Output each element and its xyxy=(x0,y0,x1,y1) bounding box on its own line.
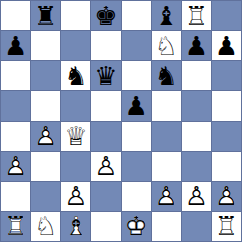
white-bishop-piece: ♝♗ xyxy=(61,212,90,241)
square-b8[interactable]: ♜ xyxy=(31,1,60,30)
square-d4[interactable] xyxy=(91,122,120,151)
black-piece-body: ♟ xyxy=(122,91,151,120)
black-knight-piece: ♞ xyxy=(152,61,181,90)
black-pawn-piece: ♟ xyxy=(1,31,30,60)
white-piece-outline: ♙ xyxy=(152,182,181,211)
square-f4[interactable] xyxy=(152,122,181,151)
square-g2[interactable]: ♟♙ xyxy=(182,182,211,211)
square-d3[interactable]: ♟♙ xyxy=(91,152,120,181)
square-c2[interactable]: ♟♙ xyxy=(61,182,90,211)
black-piece-body: ♛ xyxy=(91,61,120,90)
square-d7[interactable] xyxy=(91,31,120,60)
square-h2[interactable]: ♟♙ xyxy=(212,182,241,211)
square-a6[interactable] xyxy=(1,61,30,90)
square-d5[interactable] xyxy=(91,91,120,120)
white-piece-outline: ♙ xyxy=(1,152,30,181)
black-piece-body: ♟ xyxy=(182,31,211,60)
square-g8[interactable]: ♜♖ xyxy=(182,1,211,30)
white-piece-outline: ♘ xyxy=(152,31,181,60)
square-f2[interactable]: ♟♙ xyxy=(152,182,181,211)
black-piece-body: ♜ xyxy=(31,1,60,30)
chess-board: ♜♚♝♜♖♟♞♘♟♟♞♛♞♟♟♙♛♕♟♙♟♙♟♙♟♙♟♙♟♙♜♖♞♘♝♗♚♔♜♖ xyxy=(0,0,242,242)
square-c1[interactable]: ♝♗ xyxy=(61,212,90,241)
white-queen-piece: ♛♕ xyxy=(61,122,90,151)
black-piece-body: ♝ xyxy=(152,1,181,30)
white-piece-outline: ♙ xyxy=(31,122,60,151)
white-knight-piece: ♞♘ xyxy=(31,212,60,241)
square-b3[interactable] xyxy=(31,152,60,181)
square-f5[interactable] xyxy=(152,91,181,120)
square-e4[interactable] xyxy=(122,122,151,151)
white-piece-outline: ♙ xyxy=(61,182,90,211)
square-h4[interactable] xyxy=(212,122,241,151)
white-rook-piece: ♜♖ xyxy=(182,1,211,30)
square-e6[interactable] xyxy=(122,61,151,90)
black-piece-body: ♞ xyxy=(61,61,90,90)
square-a5[interactable] xyxy=(1,91,30,120)
white-piece-outline: ♙ xyxy=(182,182,211,211)
white-pawn-piece: ♟♙ xyxy=(212,182,241,211)
square-c5[interactable] xyxy=(61,91,90,120)
square-g3[interactable] xyxy=(182,152,211,181)
black-piece-body: ♞ xyxy=(152,61,181,90)
white-piece-outline: ♗ xyxy=(61,212,90,241)
square-b7[interactable] xyxy=(31,31,60,60)
black-pawn-piece: ♟ xyxy=(212,31,241,60)
square-b6[interactable] xyxy=(31,61,60,90)
square-h1[interactable]: ♜♖ xyxy=(212,212,241,241)
white-pawn-piece: ♟♙ xyxy=(61,182,90,211)
square-c7[interactable] xyxy=(61,31,90,60)
black-piece-body: ♟ xyxy=(1,31,30,60)
square-b1[interactable]: ♞♘ xyxy=(31,212,60,241)
black-queen-piece: ♛ xyxy=(91,61,120,90)
square-e8[interactable] xyxy=(122,1,151,30)
square-f3[interactable] xyxy=(152,152,181,181)
square-e1[interactable]: ♚♔ xyxy=(122,212,151,241)
square-h6[interactable] xyxy=(212,61,241,90)
square-a8[interactable] xyxy=(1,1,30,30)
square-g5[interactable] xyxy=(182,91,211,120)
square-b5[interactable] xyxy=(31,91,60,120)
square-h7[interactable]: ♟ xyxy=(212,31,241,60)
white-piece-outline: ♕ xyxy=(61,122,90,151)
square-e2[interactable] xyxy=(122,182,151,211)
white-knight-piece: ♞♘ xyxy=(152,31,181,60)
square-g4[interactable] xyxy=(182,122,211,151)
square-e7[interactable] xyxy=(122,31,151,60)
white-rook-piece: ♜♖ xyxy=(1,212,30,241)
square-b2[interactable] xyxy=(31,182,60,211)
square-h8[interactable] xyxy=(212,1,241,30)
square-d2[interactable] xyxy=(91,182,120,211)
square-c4[interactable]: ♛♕ xyxy=(61,122,90,151)
square-d1[interactable] xyxy=(91,212,120,241)
white-king-piece: ♚♔ xyxy=(122,212,151,241)
square-d6[interactable]: ♛ xyxy=(91,61,120,90)
square-f7[interactable]: ♞♘ xyxy=(152,31,181,60)
black-king-piece: ♚ xyxy=(91,1,120,30)
black-rook-piece: ♜ xyxy=(31,1,60,30)
square-a7[interactable]: ♟ xyxy=(1,31,30,60)
white-piece-outline: ♖ xyxy=(212,212,241,241)
square-a1[interactable]: ♜♖ xyxy=(1,212,30,241)
square-c3[interactable] xyxy=(61,152,90,181)
white-piece-outline: ♘ xyxy=(31,212,60,241)
white-pawn-piece: ♟♙ xyxy=(91,152,120,181)
square-d8[interactable]: ♚ xyxy=(91,1,120,30)
square-g7[interactable]: ♟ xyxy=(182,31,211,60)
black-pawn-piece: ♟ xyxy=(122,91,151,120)
square-f8[interactable]: ♝ xyxy=(152,1,181,30)
square-b4[interactable]: ♟♙ xyxy=(31,122,60,151)
white-pawn-piece: ♟♙ xyxy=(152,182,181,211)
square-a3[interactable]: ♟♙ xyxy=(1,152,30,181)
square-f1[interactable] xyxy=(152,212,181,241)
square-c8[interactable] xyxy=(61,1,90,30)
square-a2[interactable] xyxy=(1,182,30,211)
square-e5[interactable]: ♟ xyxy=(122,91,151,120)
square-g6[interactable] xyxy=(182,61,211,90)
square-a4[interactable] xyxy=(1,122,30,151)
white-piece-outline: ♙ xyxy=(91,152,120,181)
square-h5[interactable] xyxy=(212,91,241,120)
black-pawn-piece: ♟ xyxy=(182,31,211,60)
square-g1[interactable] xyxy=(182,212,211,241)
white-piece-outline: ♔ xyxy=(122,212,151,241)
white-piece-outline: ♙ xyxy=(212,182,241,211)
white-pawn-piece: ♟♙ xyxy=(31,122,60,151)
chess-board-window: ♜♚♝♜♖♟♞♘♟♟♞♛♞♟♟♙♛♕♟♙♟♙♟♙♟♙♟♙♟♙♜♖♞♘♝♗♚♔♜♖ xyxy=(0,0,242,242)
white-pawn-piece: ♟♙ xyxy=(182,182,211,211)
white-piece-outline: ♖ xyxy=(1,212,30,241)
black-knight-piece: ♞ xyxy=(61,61,90,90)
square-h3[interactable] xyxy=(212,152,241,181)
square-e3[interactable] xyxy=(122,152,151,181)
black-piece-body: ♚ xyxy=(91,1,120,30)
white-rook-piece: ♜♖ xyxy=(212,212,241,241)
black-piece-body: ♟ xyxy=(212,31,241,60)
white-piece-outline: ♖ xyxy=(182,1,211,30)
square-c6[interactable]: ♞ xyxy=(61,61,90,90)
black-bishop-piece: ♝ xyxy=(152,1,181,30)
white-pawn-piece: ♟♙ xyxy=(1,152,30,181)
square-f6[interactable]: ♞ xyxy=(152,61,181,90)
